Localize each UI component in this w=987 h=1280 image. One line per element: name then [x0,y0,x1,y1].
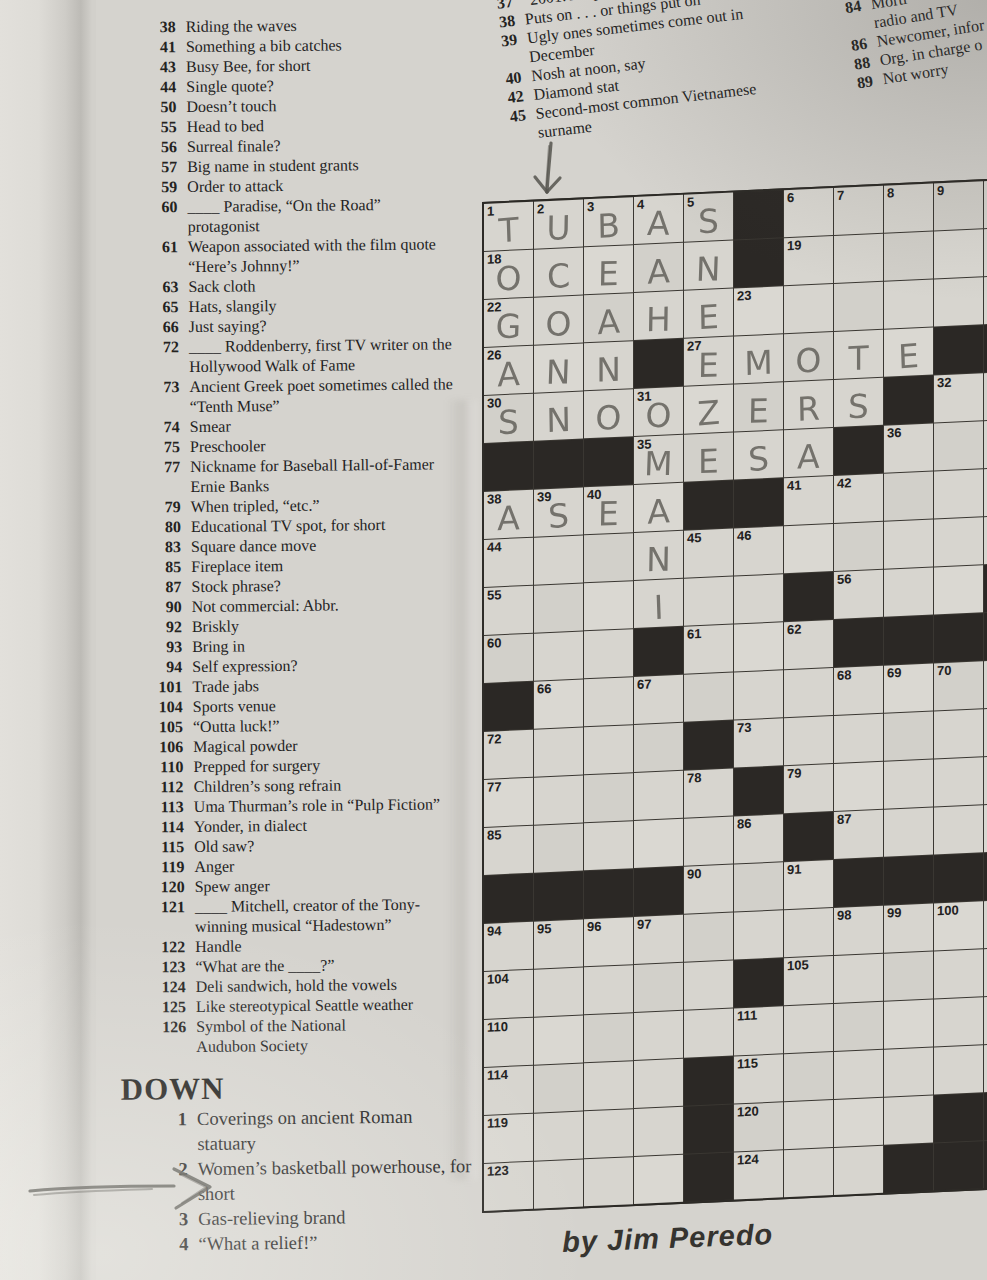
pencil-letter: T [834,330,883,379]
grid-cell[interactable] [884,472,933,521]
down-clue-column-right: 84Morti radio and TV86Newcomer, infor88O… [822,0,987,96]
black-cell [634,867,683,916]
black-cell [734,766,783,815]
grid-cell[interactable]: 77 [484,778,533,827]
cell-number: 36 [887,426,901,441]
grid-cell[interactable]: E [684,289,733,338]
grid-cell[interactable]: E [684,433,733,482]
grid-cell[interactable]: O [534,295,583,344]
grid-cell[interactable] [584,677,633,726]
grid-cell[interactable]: 46 [734,526,783,575]
clue-text: When tripled, “etc.” [191,496,320,517]
black-cell [934,1141,983,1190]
pencil-letter: C [533,247,584,298]
grid-cell[interactable] [734,670,783,719]
clue-text: Old saw? [194,836,254,857]
grid-cell[interactable] [784,1004,833,1053]
grid-cell[interactable]: E [884,328,933,377]
grid-cell[interactable]: 31O [634,387,683,436]
pencil-letter: M [633,436,684,484]
grid-cell[interactable]: 26A [484,346,533,395]
black-cell [634,339,683,388]
grid-cell[interactable]: 110 [484,1018,533,1067]
grid-cell[interactable]: 61 [684,625,733,674]
pencil-letter: O [634,387,683,436]
grid-cell[interactable] [584,533,633,582]
grid-cell[interactable]: 85 [484,826,533,875]
grid-cell[interactable] [834,954,883,1003]
clue-text: Doesn’t touch [186,96,276,117]
clue-text: Order to attack [187,176,283,197]
clue-number: 92 [94,617,192,638]
grid-cell[interactable]: O [784,332,833,381]
grid-cell[interactable] [584,581,633,630]
grid-cell[interactable]: 114 [484,1066,533,1115]
cell-number: 67 [637,677,651,692]
grid-cell[interactable] [884,1048,933,1097]
cell-number: 114 [487,1068,508,1083]
clue-number: 112 [95,777,193,798]
grid-cell[interactable]: 8 [884,184,933,233]
grid-cell[interactable] [534,1159,583,1208]
black-cell [684,1105,733,1154]
clue-text: “What a relief!” [198,1231,317,1257]
black-cell [884,376,933,425]
cell-number: 111 [737,1009,757,1024]
grid-cell[interactable] [534,1111,583,1160]
grid-cell[interactable] [934,421,983,470]
grid-cell[interactable]: 90 [684,865,733,914]
grid-cell[interactable] [584,821,633,870]
grid-cell[interactable]: 94 [484,922,533,971]
grid-cell[interactable] [884,1096,933,1145]
black-cell [684,721,733,770]
clue-number: 65 [90,297,188,318]
grid-cell[interactable] [834,1146,883,1195]
cell-number: 72 [487,732,501,747]
grid-cell[interactable] [584,965,633,1014]
grid-cell[interactable]: 6 [784,188,833,237]
grid-cell[interactable] [534,823,583,872]
pencil-letter: E [734,383,784,431]
grid-cell[interactable]: 36 [884,424,933,473]
grid-cell[interactable]: N [684,241,733,290]
grid-cell[interactable] [584,1157,633,1206]
cell-number: 41 [787,478,801,493]
grid-cell[interactable]: 66 [534,679,583,728]
page-fold-edge [0,0,96,1280]
grid-cell[interactable] [584,773,633,822]
grid-cell[interactable] [834,762,883,811]
grid-cell[interactable] [534,583,583,632]
pencil-letter: A [583,292,634,343]
clue-text: Weapon associated with the film quote “H… [188,234,436,277]
cell-number: 55 [487,588,501,603]
grid-cell[interactable]: 78 [684,769,733,818]
grid-cell[interactable]: 18O [484,250,533,299]
cell-number: 99 [887,906,901,921]
clue-number: 113 [96,797,194,818]
black-cell [584,437,633,486]
grid-cell[interactable]: 79 [784,764,833,813]
grid-cell[interactable] [584,1061,633,1110]
grid-cell[interactable] [634,1011,683,1060]
black-cell [834,858,883,907]
grid-cell[interactable]: 45 [684,529,733,578]
clue-text: Big name in student grants [187,155,359,177]
clue-text: Nickname for Baseball Hall-of-Famer Erni… [190,454,434,497]
grid-cell[interactable]: R [784,380,833,429]
grid-cell[interactable]: 111 [734,1006,783,1055]
grid-cell[interactable]: S [734,430,783,479]
grid-cell[interactable] [634,771,683,820]
grid-cell[interactable]: 23 [734,286,783,335]
grid-cell[interactable] [934,229,983,278]
cell-number: 110 [487,1020,508,1035]
black-cell [784,812,833,861]
grid-cell[interactable]: 27E [684,337,733,386]
grid-cell[interactable] [934,949,983,998]
grid-cell[interactable]: 30S [484,394,533,443]
grid-cell[interactable] [534,535,583,584]
grid-cell[interactable]: 44 [484,538,533,587]
cell-number: 85 [487,828,501,843]
grid-cell[interactable] [634,1059,683,1108]
clue-number: 122 [97,937,195,958]
grid-cell[interactable] [884,568,933,617]
grid-cell[interactable]: 105 [784,956,833,1005]
grid-cell[interactable]: N [534,343,583,392]
pencil-letter: A [484,490,533,539]
grid-cell[interactable]: 96 [584,917,633,966]
clue-text: Handle [195,936,241,956]
pencil-letter: N [683,241,734,289]
cell-number: 61 [687,627,701,642]
grid-cell[interactable]: 115 [734,1054,783,1103]
grid-cell[interactable] [784,668,833,717]
grid-cell[interactable]: N [634,531,683,580]
clue-number: 60 [89,197,187,218]
grid-cell[interactable]: N [534,391,583,440]
grid-cell[interactable] [934,805,983,854]
grid-cell[interactable]: 3B [584,197,633,246]
grid-cell[interactable] [884,808,933,857]
clue: 126Symbol of the National Audubon Societ… [98,1014,482,1058]
grid-cell[interactable] [684,673,733,722]
grid-cell[interactable]: 5S [684,193,733,242]
grid-cell[interactable] [934,997,983,1046]
grid-cell[interactable]: 41 [784,476,833,525]
cell-number: 94 [487,924,501,939]
black-cell [734,478,783,527]
clue-number: 126 [98,1017,196,1038]
grid-cell[interactable] [534,727,583,776]
clue-text: Sports venue [193,696,276,717]
cell-number: 56 [837,572,851,587]
grid-cell[interactable]: A [634,483,683,532]
cell-number: 100 [937,903,959,918]
cell-number: 105 [787,958,809,973]
grid-cell[interactable]: S [834,378,883,427]
grid-cell[interactable] [684,961,733,1010]
clue-text: Briskly [192,616,239,636]
cell-number: 6 [787,191,794,205]
grid-cell[interactable] [784,1100,833,1149]
grid-cell[interactable] [834,714,883,763]
grid-cell[interactable]: 95 [534,919,583,968]
grid-cell[interactable] [684,913,733,962]
grid-cell[interactable]: A [584,293,633,342]
grid-cell[interactable]: 7 [834,186,883,235]
clue-text: Stock phrase? [191,576,281,597]
pencil-letter: G [483,299,534,347]
grid-cell[interactable]: E [734,382,783,431]
clue-number: 120 [97,877,195,898]
clue-text: Preschooler [190,436,266,457]
grid-cell[interactable]: 124 [734,1150,783,1199]
grid-cell[interactable] [834,234,883,283]
grid-cell[interactable]: 69 [884,664,933,713]
grid-cell[interactable]: 32 [934,373,983,422]
grid-cell[interactable] [634,1155,683,1204]
grid-cell[interactable] [784,284,833,333]
clue-text: Children’s song refrain [193,775,341,797]
grid-cell[interactable]: 86 [734,814,783,863]
grid-cell[interactable]: M [734,334,783,383]
black-cell [734,190,783,239]
black-cell [484,442,533,491]
grid-cell[interactable] [584,629,633,678]
clue: 4“What a relief!” [100,1229,484,1258]
grid-cell[interactable] [684,1009,733,1058]
clue-number: 41 [88,37,186,58]
cell-number: 9 [937,184,944,198]
grid-cell[interactable] [734,910,783,959]
grid-cell[interactable]: T [834,330,883,379]
grid-cell[interactable]: 42 [834,474,883,523]
black-cell [684,1057,733,1106]
grid-cell[interactable]: 9 [934,181,983,230]
grid-cell[interactable]: O [584,389,633,438]
pencil-letter: N [534,391,584,441]
clue-text: Busy Bee, for short [186,56,311,77]
grid-cell[interactable]: 38A [484,490,533,539]
grid-cell[interactable]: 39S [534,487,583,536]
grid-cell[interactable]: 40E [584,485,633,534]
black-cell [884,856,933,905]
pencil-letter: S [684,193,733,242]
grid-cell[interactable]: N [584,341,633,390]
grid-cell[interactable] [534,967,583,1016]
grid-cell[interactable] [834,1050,883,1099]
grid-cell[interactable]: 120 [734,1102,783,1151]
grid-cell[interactable] [884,280,933,329]
cell-number: 87 [837,812,851,827]
grid-cell[interactable]: 62 [784,620,833,669]
cell-number: 120 [737,1104,759,1119]
grid-cell[interactable]: 60 [484,634,533,683]
grid-cell[interactable] [784,1052,833,1101]
pencil-right-arrow-icon [24,1160,234,1214]
grid-cell[interactable] [884,952,933,1001]
grid-cell[interactable] [684,817,733,866]
grid-cell[interactable] [734,862,783,911]
grid-cell[interactable]: 87 [834,810,883,859]
grid-cell[interactable] [634,1107,683,1156]
pencil-letter: E [584,246,634,294]
grid-cell[interactable] [834,522,883,571]
grid-cell[interactable] [934,517,983,566]
crossword-grid[interactable]: 1T2U3B4A5S67891018OCEAN1922GOAHE2326ANN2… [482,177,987,1213]
grid-cell[interactable]: 55 [484,586,533,635]
grid-cell[interactable] [684,577,733,626]
cell-number: 46 [737,529,751,544]
grid-cell[interactable]: 98 [834,906,883,955]
clue-text: ____ Paradise, “On the Road” protagonist [187,195,381,237]
clue-text: Hats, slangily [188,296,276,317]
clue: 73Ancient Greek poet sometimes called th… [91,374,475,418]
grid-cell[interactable] [884,712,933,761]
down-clue-column-middle: 37“2001: A Spa38Puts on . . . or things … [476,0,831,147]
pencil-letter: A [633,196,684,244]
clue-text: Deli sandwich, hold the vowels [196,975,397,997]
black-cell [684,1153,733,1202]
grid-cell[interactable] [934,709,983,758]
grid-cell[interactable]: 100 [934,901,983,950]
grid-cell[interactable] [634,723,683,772]
grid-cell[interactable] [534,1015,583,1064]
grid-cell[interactable] [634,819,683,868]
cell-number: 124 [737,1152,759,1167]
grid-cell[interactable] [584,1013,633,1062]
grid-cell[interactable]: 104 [484,970,533,1019]
grid-cell[interactable] [584,725,633,774]
across-clue-list: 38Riding the waves41Something a bib catc… [88,14,483,1058]
grid-cell[interactable]: 4A [634,195,683,244]
grid-cell[interactable]: E [584,245,633,294]
grid-cell[interactable] [934,565,983,614]
clue-number: 94 [94,657,192,678]
grid-cell[interactable]: 56 [834,570,883,619]
cell-number: 123 [487,1164,509,1179]
grid-cell[interactable]: 123 [484,1162,533,1211]
grid-cell[interactable] [934,757,983,806]
clue: 61Weapon associated with the film quote … [90,234,474,278]
grid-cell[interactable]: 67 [634,675,683,724]
grid-cell[interactable] [834,282,883,331]
grid-cell[interactable] [784,1148,833,1197]
clue-text: Magical powder [193,736,298,757]
grid-cell[interactable] [884,760,933,809]
clue-number: 45 [489,104,537,128]
clue-text: “Outta luck!” [193,716,280,737]
grid-cell[interactable]: 22G [484,298,533,347]
grid-cell[interactable] [634,963,683,1012]
grid-cell[interactable]: 70 [934,661,983,710]
grid-cell[interactable] [734,574,783,623]
grid-cell[interactable]: 119 [484,1114,533,1163]
down-clue-list-middle: 37“2001: A Spa38Puts on . . . or things … [476,0,831,147]
pencil-letter: S [733,430,784,481]
grid-cell[interactable] [884,232,933,281]
grid-cell[interactable] [934,277,983,326]
clue-number: 44 [88,77,186,98]
cell-number: 69 [887,666,901,681]
grid-cell[interactable]: C [534,247,583,296]
clue-number: 61 [90,237,188,258]
pencil-letter: A [784,428,834,476]
grid-cell[interactable]: 19 [784,236,833,285]
clue-text: Bring in [192,636,245,657]
grid-cell[interactable] [784,716,833,765]
clue-number: 57 [89,157,187,178]
clue-number: 110 [95,757,193,778]
grid-cell[interactable] [584,1109,633,1158]
pencil-letter: E [883,327,934,378]
cell-number: 70 [937,664,951,679]
clue-text: Uma Thurman’s role in “Pulp Fiction” [194,794,441,817]
grid-cell[interactable]: H [634,291,683,340]
grid-cell[interactable] [784,524,833,573]
cell-number: 42 [837,476,851,491]
pencil-letter: A [484,345,534,395]
clue-text: ____ Roddenberry, first TV writer on the… [189,334,452,377]
grid-cell[interactable] [884,520,933,569]
grid-cell[interactable]: I [634,579,683,628]
clue-number: 74 [92,417,190,438]
grid-cell[interactable]: Z [684,385,733,434]
grid-cell[interactable]: 72 [484,730,533,779]
grid-cell[interactable] [884,1000,933,1049]
black-cell [934,613,983,662]
grid-cell[interactable]: A [634,243,683,292]
clue-text: Just saying? [189,316,267,337]
grid-cell[interactable]: 73 [734,718,783,767]
cell-number: 97 [637,917,651,932]
grid-cell[interactable]: 35M [634,435,683,484]
clue-number: 105 [95,717,193,738]
pencil-letter: S [484,394,534,442]
grid-cell[interactable] [734,622,783,671]
pencil-letter: M [734,334,784,384]
clue-number: 1 [99,1107,197,1133]
grid-cell[interactable]: 97 [634,915,683,964]
clue: 72____ Roddenberry, first TV writer on t… [91,334,475,378]
grid-cell[interactable] [534,775,583,824]
grid-cell[interactable] [534,631,583,680]
clue-text: Women’s basketball powerhouse, for short [197,1154,471,1207]
cell-number: 91 [787,862,801,877]
grid-cell[interactable]: 68 [834,666,883,715]
grid-cell[interactable] [834,1098,883,1147]
grid-cell[interactable] [834,1002,883,1051]
grid-cell[interactable]: A [784,428,833,477]
clue-number: 66 [91,317,189,338]
pencil-letter: E [684,337,734,385]
clue-text: Sack cloth [188,276,255,297]
grid-cell[interactable] [934,1045,983,1094]
grid-cell[interactable]: 91 [784,860,833,909]
black-cell [534,871,583,920]
pencil-letter: E [584,486,634,534]
clue-number: 55 [89,117,187,138]
grid-cell[interactable]: 99 [884,904,933,953]
grid-cell[interactable] [784,908,833,957]
grid-cell[interactable] [934,469,983,518]
black-cell [934,1093,983,1142]
pencil-letter: O [484,250,533,299]
grid-cell[interactable] [534,1063,583,1112]
